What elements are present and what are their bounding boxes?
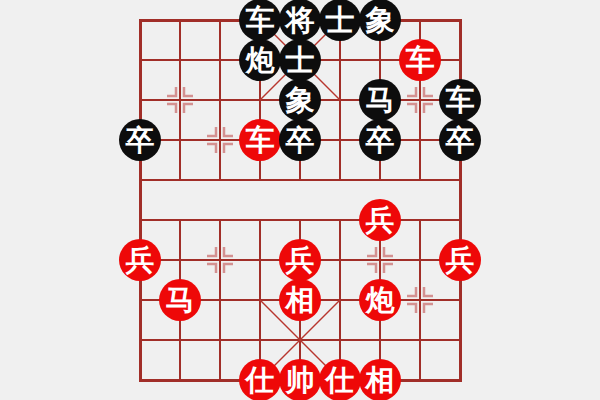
piece-red-soldier[interactable]: 兵 <box>279 239 321 281</box>
piece-red-cannon[interactable]: 炮 <box>359 279 401 321</box>
piece-red-advisor[interactable]: 仕 <box>239 359 281 400</box>
piece-black-advisor[interactable]: 士 <box>279 39 321 81</box>
xiangqi-screenshot: 车将士象炮士车象马车卒车卒卒卒兵兵兵兵马相炮仕帅仕相 <box>0 0 600 400</box>
piece-black-cannon[interactable]: 炮 <box>239 39 281 81</box>
piece-grid: 车将士象炮士车象马车卒车卒卒卒兵兵兵兵马相炮仕帅仕相 <box>120 0 480 400</box>
piece-black-horse[interactable]: 马 <box>359 79 401 121</box>
piece-black-elephant[interactable]: 象 <box>279 79 321 121</box>
piece-black-soldier[interactable]: 卒 <box>439 119 481 161</box>
piece-black-general[interactable]: 将 <box>279 0 321 41</box>
piece-black-soldier[interactable]: 卒 <box>279 119 321 161</box>
piece-red-advisor[interactable]: 仕 <box>319 359 361 400</box>
piece-red-horse[interactable]: 马 <box>159 279 201 321</box>
piece-black-chariot[interactable]: 车 <box>439 79 481 121</box>
piece-red-soldier[interactable]: 兵 <box>119 239 161 281</box>
piece-red-elephant[interactable]: 相 <box>279 279 321 321</box>
piece-black-advisor[interactable]: 士 <box>319 0 361 41</box>
piece-red-chariot[interactable]: 车 <box>239 119 281 161</box>
piece-red-general[interactable]: 帅 <box>279 359 321 400</box>
piece-red-soldier[interactable]: 兵 <box>359 199 401 241</box>
piece-black-chariot[interactable]: 车 <box>239 0 281 41</box>
piece-red-soldier[interactable]: 兵 <box>439 239 481 281</box>
piece-black-soldier[interactable]: 卒 <box>119 119 161 161</box>
piece-red-chariot[interactable]: 车 <box>399 39 441 81</box>
piece-black-elephant[interactable]: 象 <box>359 0 401 41</box>
piece-red-elephant[interactable]: 相 <box>359 359 401 400</box>
piece-black-soldier[interactable]: 卒 <box>359 119 401 161</box>
